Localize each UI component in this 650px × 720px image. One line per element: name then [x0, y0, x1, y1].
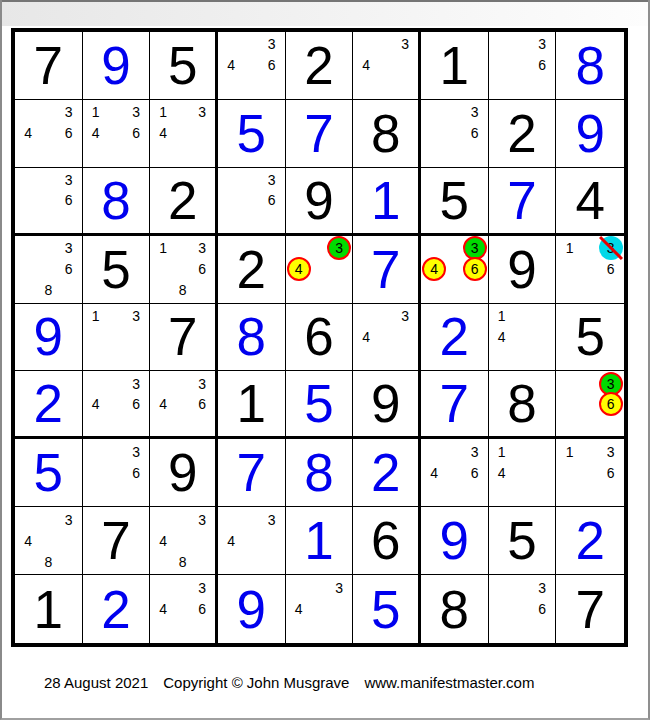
candidate-3: 3 [192, 102, 212, 123]
cell-r3c9[interactable]: 4 [556, 168, 624, 236]
cell-r7c6[interactable]: 2 [353, 439, 421, 507]
solved-digit: 7 [286, 100, 353, 167]
candidate-grid: 34 [356, 306, 415, 369]
solved-digit: 2 [83, 575, 150, 643]
candidate-digit: 3 [471, 104, 479, 120]
candidate-grid: 36 [221, 170, 282, 231]
candidate-digit: 3 [198, 104, 206, 120]
solved-digit: 5 [15, 439, 82, 506]
candidate-6: 6 [600, 259, 621, 280]
cell-r3c7[interactable]: 5 [421, 168, 489, 236]
given-digit: 7 [83, 507, 150, 574]
candidate-4: 4 [86, 394, 106, 414]
candidate-digit: 4 [159, 533, 167, 549]
candidate-4: 4 [289, 598, 309, 619]
candidate-grid: 36 [492, 34, 553, 97]
cell-r2c2[interactable]: 1346 [83, 100, 151, 168]
candidate-6: 6 [532, 598, 552, 619]
cell-r4c6[interactable]: 7 [353, 236, 421, 304]
candidate-4: 4 [153, 123, 173, 144]
cell-r5c9[interactable]: 5 [556, 304, 624, 372]
solved-digit: 9 [421, 507, 488, 574]
cell-r9c9[interactable]: 7 [556, 575, 624, 643]
candidate-digit: 6 [132, 125, 140, 141]
cell-r5c5[interactable]: 6 [286, 304, 354, 372]
candidate-3: 3 [532, 34, 552, 55]
cell-r9c6[interactable]: 5 [353, 575, 421, 643]
given-digit: 2 [218, 236, 285, 303]
cell-r4c8[interactable]: 9 [489, 236, 557, 304]
candidate-digit: 6 [268, 57, 276, 73]
window-top-bar [2, 0, 648, 26]
candidate-grid: 36 [559, 373, 621, 434]
given-digit: 9 [150, 439, 215, 506]
cell-r5c1[interactable]: 9 [15, 304, 83, 372]
solved-digit: 5 [218, 100, 285, 167]
candidate-3: 3 [192, 509, 212, 530]
candidate-grid: 14 [492, 306, 553, 369]
candidate-digit: 3 [65, 172, 73, 188]
candidate-digit: 4 [227, 57, 235, 73]
candidate-digit: 3 [132, 104, 140, 120]
cell-r5c4[interactable]: 8 [218, 304, 286, 372]
cell-r1c6[interactable]: 34 [353, 32, 421, 100]
cell-r7c8[interactable]: 14 [489, 439, 557, 507]
candidate-4: 4 [153, 598, 173, 619]
cell-r2c4[interactable]: 5 [218, 100, 286, 168]
solved-digit: 8 [286, 439, 353, 506]
candidate-3: 3 [261, 170, 281, 190]
candidate-3: 3 [126, 102, 146, 123]
candidate-digit: 3 [65, 512, 73, 528]
candidate-1: 1 [153, 238, 173, 259]
candidate-6: 6 [192, 259, 212, 280]
candidate-digit: 3 [607, 376, 615, 392]
candidate-3: 3 [126, 441, 146, 462]
candidate-digit: 3 [538, 36, 546, 52]
candidate-grid: 346 [153, 373, 212, 434]
candidate-grid: 36 [18, 170, 79, 231]
solved-digit: 2 [353, 439, 418, 506]
given-digit: 8 [421, 575, 488, 643]
footer-website: www.manifestmaster.com [364, 674, 534, 691]
candidate-grid: 348 [18, 509, 79, 572]
cell-r4c9[interactable]: 136 [556, 236, 624, 304]
candidate-3: 3 [58, 238, 78, 259]
candidate-digit: 1 [498, 444, 506, 460]
candidate-digit: 3 [335, 580, 343, 596]
candidate-4: 4 [18, 530, 38, 551]
candidate-digit: 1 [566, 240, 574, 256]
cell-r8c7[interactable]: 9 [421, 507, 489, 575]
cell-r4c7[interactable]: 346 [421, 236, 489, 304]
footer-date: 28 August 2021 [44, 674, 148, 691]
candidate-1: 1 [86, 102, 106, 123]
given-digit: 8 [353, 100, 418, 167]
candidate-6: 6 [126, 123, 146, 144]
candidate-4: 4 [18, 123, 38, 144]
cell-r3c2[interactable]: 8 [83, 168, 151, 236]
given-digit: 1 [421, 32, 488, 99]
candidate-digit: 6 [65, 125, 73, 141]
cell-r6c8[interactable]: 8 [489, 371, 557, 439]
cell-r7c1[interactable]: 5 [15, 439, 83, 507]
candidate-digit: 1 [159, 104, 167, 120]
solved-digit: 2 [556, 507, 624, 574]
solved-digit: 9 [218, 575, 285, 643]
candidate-grid: 36 [86, 441, 147, 504]
solved-digit: 2 [421, 304, 488, 371]
given-digit: 7 [150, 304, 215, 371]
candidate-6: 6 [126, 394, 146, 414]
footer-copyright: Copyright © John Musgrave [163, 674, 349, 691]
given-digit: 2 [489, 100, 556, 167]
candidate-6: 6 [126, 462, 146, 483]
candidate-digit: 3 [607, 444, 615, 460]
candidate-digit: 6 [471, 261, 479, 277]
candidate-3: 3 [600, 441, 621, 462]
solved-digit: 1 [353, 168, 418, 233]
cell-r3c3[interactable]: 2 [150, 168, 218, 236]
given-digit: 1 [15, 575, 82, 643]
cell-r2c3[interactable]: 134 [150, 100, 218, 168]
candidate-grid: 1368 [153, 238, 212, 301]
candidate-3: 3 [58, 170, 78, 190]
cell-r8c8[interactable]: 5 [489, 507, 557, 575]
cell-r1c9[interactable]: 8 [556, 32, 624, 100]
cell-r1c8[interactable]: 36 [489, 32, 557, 100]
cell-r3c8[interactable]: 7 [489, 168, 557, 236]
cell-r8c4[interactable]: 34 [218, 507, 286, 575]
cell-r5c2[interactable]: 13 [83, 304, 151, 372]
candidate-digit: 3 [198, 240, 206, 256]
candidate-digit: 6 [607, 261, 615, 277]
candidate-grid: 346 [424, 441, 485, 504]
solved-digit: 8 [556, 32, 624, 99]
candidate-1: 1 [492, 306, 512, 327]
cell-r2c1[interactable]: 346 [15, 100, 83, 168]
cell-r1c3[interactable]: 5 [150, 32, 218, 100]
given-digit: 5 [421, 168, 488, 233]
candidate-3: 3 [600, 373, 621, 393]
candidate-digit: 6 [198, 601, 206, 617]
candidate-digit: 3 [65, 104, 73, 120]
solved-digit: 8 [218, 304, 285, 371]
candidate-grid: 134 [153, 102, 212, 165]
candidate-6: 6 [192, 598, 212, 619]
cell-r6c9[interactable]: 36 [556, 371, 624, 439]
candidate-4: 4 [153, 530, 173, 551]
candidate-grid: 346 [18, 102, 79, 165]
candidate-4: 4 [86, 123, 106, 144]
given-digit: 8 [489, 371, 556, 436]
cell-r3c1[interactable]: 36 [15, 168, 83, 236]
cell-r4c1[interactable]: 368 [15, 236, 83, 304]
candidate-4: 4 [356, 327, 376, 348]
candidate-3: 3 [464, 102, 484, 123]
cell-r3c6[interactable]: 1 [353, 168, 421, 236]
solved-digit: 2 [15, 371, 82, 436]
candidate-digit: 3 [132, 376, 140, 392]
candidate-digit: 3 [198, 376, 206, 392]
candidate-digit: 6 [198, 261, 206, 277]
candidate-digit: 3 [538, 580, 546, 596]
candidate-digit: 6 [538, 601, 546, 617]
cell-r8c1[interactable]: 348 [15, 507, 83, 575]
cell-r6c5[interactable]: 5 [286, 371, 354, 439]
solved-digit: 9 [83, 32, 150, 99]
cell-r1c1[interactable]: 7 [15, 32, 83, 100]
candidate-grid: 136 [559, 441, 621, 504]
candidate-digit: 4 [498, 465, 506, 481]
cell-r4c4[interactable]: 2 [218, 236, 286, 304]
candidate-6: 6 [261, 55, 281, 76]
cell-r4c3[interactable]: 1368 [150, 236, 218, 304]
candidate-digit: 4 [24, 533, 32, 549]
candidate-digit: 6 [471, 125, 479, 141]
candidate-digit: 6 [65, 192, 73, 208]
solved-digit: 7 [218, 439, 285, 506]
given-digit: 9 [353, 371, 418, 436]
candidate-4: 4 [289, 259, 309, 280]
cell-r9c8[interactable]: 36 [489, 575, 557, 643]
candidate-8: 8 [173, 551, 193, 572]
cell-r3c4[interactable]: 36 [218, 168, 286, 236]
candidate-6: 6 [58, 123, 78, 144]
candidate-digit: 4 [295, 261, 303, 277]
cell-r9c3[interactable]: 346 [150, 575, 218, 643]
given-digit: 2 [150, 168, 215, 233]
solved-digit: 9 [15, 304, 82, 371]
candidate-digit: 1 [92, 308, 100, 324]
candidate-digit: 3 [268, 36, 276, 52]
candidate-grid: 34 [221, 509, 282, 572]
candidate-grid: 348 [153, 509, 212, 572]
given-digit: 1 [218, 371, 285, 436]
candidate-digit: 3 [268, 172, 276, 188]
cell-r7c9[interactable]: 136 [556, 439, 624, 507]
candidate-digit: 8 [44, 554, 52, 570]
candidate-3: 3 [464, 441, 484, 462]
candidate-3: 3 [261, 509, 281, 530]
candidate-digit: 4 [159, 396, 167, 412]
cell-r8c3[interactable]: 348 [150, 507, 218, 575]
candidate-3: 3 [192, 577, 212, 598]
cell-r2c9[interactable]: 9 [556, 100, 624, 168]
solved-digit: 9 [556, 100, 624, 167]
solved-digit: 5 [353, 575, 418, 643]
solved-digit: 8 [83, 168, 150, 233]
cell-r2c6[interactable]: 8 [353, 100, 421, 168]
candidate-digit: 4 [159, 125, 167, 141]
candidate-3: 3 [532, 577, 552, 598]
candidate-digit: 1 [159, 240, 167, 256]
candidate-8: 8 [173, 280, 193, 301]
cell-r7c5[interactable]: 8 [286, 439, 354, 507]
candidate-digit: 6 [607, 465, 615, 481]
cell-r9c5[interactable]: 34 [286, 575, 354, 643]
cell-r9c4[interactable]: 9 [218, 575, 286, 643]
solved-digit: 7 [353, 236, 418, 303]
candidate-3: 3 [126, 306, 146, 327]
candidate-digit: 4 [430, 465, 438, 481]
candidate-8: 8 [38, 280, 58, 301]
candidate-6: 6 [464, 123, 484, 144]
candidate-6: 6 [192, 394, 212, 414]
candidate-digit: 3 [132, 444, 140, 460]
cell-r1c5[interactable]: 2 [286, 32, 354, 100]
cell-r8c6[interactable]: 6 [353, 507, 421, 575]
candidate-digit: 3 [132, 308, 140, 324]
candidate-6: 6 [600, 462, 621, 483]
cell-r2c7[interactable]: 36 [421, 100, 489, 168]
cell-r1c2[interactable]: 9 [83, 32, 151, 100]
solved-digit: 5 [286, 371, 353, 436]
cell-r7c7[interactable]: 346 [421, 439, 489, 507]
given-digit: 5 [556, 304, 624, 371]
candidate-4: 4 [153, 394, 173, 414]
cell-r7c4[interactable]: 7 [218, 439, 286, 507]
cell-r6c3[interactable]: 346 [150, 371, 218, 439]
given-digit: 6 [353, 507, 418, 574]
solved-digit: 1 [286, 507, 353, 574]
candidate-3: 3 [192, 373, 212, 393]
candidate-grid: 136 [559, 238, 621, 301]
candidate-4: 4 [424, 462, 444, 483]
candidate-3: 3 [261, 34, 281, 55]
cell-r6c6[interactable]: 9 [353, 371, 421, 439]
given-digit: 4 [556, 168, 624, 233]
candidate-4: 4 [221, 55, 241, 76]
candidate-3: 3 [58, 509, 78, 530]
candidate-grid: 13 [86, 306, 147, 369]
candidate-grid: 346 [86, 373, 147, 434]
candidate-3: 3 [395, 34, 415, 55]
candidate-1: 1 [86, 306, 106, 327]
candidate-digit: 4 [227, 533, 235, 549]
cell-r6c4[interactable]: 1 [218, 371, 286, 439]
cell-r6c2[interactable]: 346 [83, 371, 151, 439]
candidate-digit: 6 [132, 396, 140, 412]
cell-r4c5[interactable]: 34 [286, 236, 354, 304]
cell-r6c7[interactable]: 7 [421, 371, 489, 439]
cell-r5c8[interactable]: 14 [489, 304, 557, 372]
candidate-3: 3 [329, 238, 349, 259]
cell-r6c1[interactable]: 2 [15, 371, 83, 439]
candidate-digit: 4 [92, 396, 100, 412]
solved-digit: 7 [421, 371, 488, 436]
candidate-digit: 6 [132, 465, 140, 481]
candidate-digit: 4 [430, 261, 438, 277]
candidate-1: 1 [492, 441, 512, 462]
cell-r5c3[interactable]: 7 [150, 304, 218, 372]
solved-digit: 7 [489, 168, 556, 233]
given-digit: 7 [556, 575, 624, 643]
candidate-6: 6 [600, 394, 621, 414]
cell-r1c7[interactable]: 1 [421, 32, 489, 100]
candidate-digit: 3 [471, 444, 479, 460]
candidate-digit: 3 [198, 512, 206, 528]
given-digit: 5 [83, 236, 150, 303]
cell-r2c8[interactable]: 2 [489, 100, 557, 168]
candidate-digit: 3 [471, 240, 479, 256]
candidate-digit: 3 [335, 240, 343, 256]
cell-r7c2[interactable]: 36 [83, 439, 151, 507]
candidate-grid: 14 [492, 441, 553, 504]
candidate-3: 3 [395, 306, 415, 327]
candidate-digit: 6 [607, 396, 615, 412]
candidate-grid: 34 [356, 34, 415, 97]
candidate-digit: 1 [498, 308, 506, 324]
candidate-digit: 6 [471, 465, 479, 481]
candidate-digit: 1 [92, 104, 100, 120]
candidate-3: 3 [58, 102, 78, 123]
given-digit: 7 [15, 32, 82, 99]
candidate-grid: 36 [424, 102, 485, 165]
candidate-digit: 8 [179, 282, 187, 298]
candidate-1: 1 [559, 238, 580, 259]
candidate-grid: 34 [289, 238, 350, 301]
candidate-grid: 346 [424, 238, 485, 301]
footer-caption: 28 August 2021 Copyright © John Musgrave… [44, 672, 534, 692]
given-digit: 5 [489, 507, 556, 574]
cell-r5c6[interactable]: 34 [353, 304, 421, 372]
candidate-digit: 8 [179, 554, 187, 570]
cell-r5c7[interactable]: 2 [421, 304, 489, 372]
candidate-digit: 3 [401, 36, 409, 52]
candidate-3: 3 [126, 373, 146, 393]
candidate-digit: 4 [362, 329, 370, 345]
cell-r9c7[interactable]: 8 [421, 575, 489, 643]
candidate-digit: 6 [65, 261, 73, 277]
candidate-digit: 4 [24, 125, 32, 141]
candidate-grid: 36 [492, 577, 553, 641]
candidate-4: 4 [492, 327, 512, 348]
candidate-6: 6 [58, 190, 78, 210]
candidate-digit: 3 [268, 512, 276, 528]
given-digit: 9 [489, 236, 556, 303]
cell-r8c2[interactable]: 7 [83, 507, 151, 575]
candidate-1: 1 [559, 441, 580, 462]
candidate-grid: 34 [289, 577, 350, 641]
candidate-grid: 346 [153, 577, 212, 641]
candidate-digit: 4 [295, 601, 303, 617]
cell-r7c3[interactable]: 9 [150, 439, 218, 507]
candidate-digit: 1 [566, 444, 574, 460]
cell-r9c2[interactable]: 2 [83, 575, 151, 643]
candidate-6: 6 [464, 462, 484, 483]
candidate-3: 3 [464, 238, 484, 259]
cell-r9c1[interactable]: 1 [15, 575, 83, 643]
candidate-4: 4 [492, 462, 512, 483]
candidate-4: 4 [424, 259, 444, 280]
candidate-digit: 6 [538, 57, 546, 73]
cell-r3c5[interactable]: 9 [286, 168, 354, 236]
candidate-digit: 3 [401, 308, 409, 324]
candidate-digit: 6 [268, 192, 276, 208]
candidate-4: 4 [356, 55, 376, 76]
candidate-3: 3 [192, 238, 212, 259]
cell-r2c5[interactable]: 7 [286, 100, 354, 168]
cell-r4c2[interactable]: 5 [83, 236, 151, 304]
cell-r8c5[interactable]: 1 [286, 507, 354, 575]
candidate-grid: 346 [221, 34, 282, 97]
cell-r8c9[interactable]: 2 [556, 507, 624, 575]
candidate-digit: 4 [362, 57, 370, 73]
candidate-6: 6 [261, 190, 281, 210]
candidate-4: 4 [221, 530, 241, 551]
cell-r1c4[interactable]: 346 [218, 32, 286, 100]
